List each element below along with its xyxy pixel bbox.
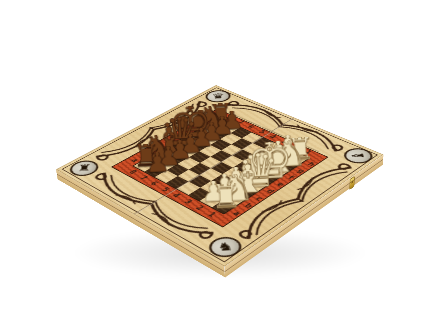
board-tilt-wrapper: 8877665544332211aabbccddeeffgghh♜♛♝♞ ♜♞♝… [0, 0, 440, 333]
white-rook-icon: ♜ [210, 183, 241, 209]
black-pawn-icon: ♟ [144, 152, 169, 174]
rank-label-left-3: 3 [176, 195, 199, 208]
brass-clasp[interactable] [349, 176, 355, 191]
folding-chess-board: 8877665544332211aabbccddeeffgghh♜♛♝♞ ♜♞♝… [56, 85, 384, 267]
rook-silhouette-glyph: ♜ [76, 164, 92, 173]
chess-set-photo-scene: 8877665544332211aabbccddeeffgghh♜♛♝♞ ♜♞♝… [0, 0, 440, 333]
rank-label-left-6: 6 [143, 177, 165, 189]
bishop-silhouette-glyph: ♝ [349, 152, 367, 160]
knight-silhouette-glyph: ♞ [217, 241, 234, 253]
queen-silhouette-glyph: ♛ [212, 93, 225, 100]
